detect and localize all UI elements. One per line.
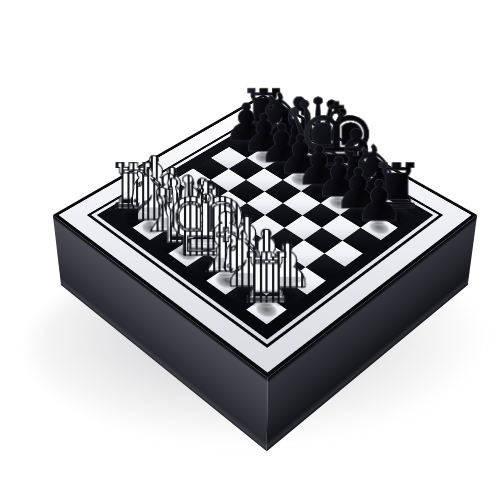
product-photo-stage: ♜♜♞♞♝♝♛♛♚♚♝♝♞♞♜♜♟♟♟♟♟♟♟♟♟♟♟♟♟♟♟♟♟♟♟♟♟♟♟♟… — [0, 0, 500, 500]
chess-piece-black-pawn-h7[interactable]: ♟♟ — [339, 171, 420, 228]
piece-reflection: ♟ — [339, 209, 420, 226]
piece-reflection: ♜ — [222, 287, 310, 307]
pieces-layer: ♜♜♞♞♝♝♛♛♚♚♝♝♞♞♜♜♟♟♟♟♟♟♟♟♟♟♟♟♟♟♟♟♟♟♟♟♟♟♟♟… — [53, 94, 477, 377]
chess-piece-white-rook-h1[interactable]: ♜♜ — [222, 241, 310, 309]
chess-box: ♜♜♞♞♝♝♛♛♚♚♝♝♞♞♜♜♟♟♟♟♟♟♟♟♟♟♟♟♟♟♟♟♟♟♟♟♟♟♟♟… — [53, 94, 477, 377]
scene-3d: ♜♜♞♞♝♝♛♛♚♚♝♝♞♞♜♜♟♟♟♟♟♟♟♟♟♟♟♟♟♟♟♟♟♟♟♟♟♟♟♟… — [0, 0, 500, 500]
